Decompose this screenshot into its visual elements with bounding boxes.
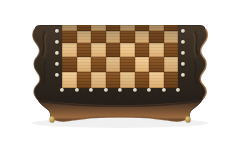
square [120,72,135,88]
stud [176,88,180,92]
stud [181,29,185,33]
square [62,43,77,57]
stud [55,73,59,77]
square [77,31,92,43]
square [164,72,179,88]
chess-board [62,25,178,88]
square [149,31,164,43]
right-foot [185,116,190,123]
square [164,31,179,43]
stud [162,88,166,92]
square [77,72,92,88]
square [62,31,77,43]
stud [75,88,79,92]
square [135,31,150,43]
square [120,43,135,57]
stud [55,62,59,66]
stud [60,88,64,92]
square [91,31,106,43]
square [135,57,150,72]
square [106,72,121,88]
square [106,43,121,57]
stud [133,88,137,92]
stud [118,88,122,92]
square [149,57,164,72]
square [135,43,150,57]
square [91,57,106,72]
square [149,43,164,57]
square [164,43,179,57]
square [135,72,150,88]
square [106,31,121,43]
stud [147,88,151,92]
left-foot [49,116,54,123]
square [91,72,106,88]
square [62,72,77,88]
stud [55,40,59,44]
stud [181,40,185,44]
stud [104,88,108,92]
stud [55,51,59,55]
square [164,57,179,72]
stud [181,73,185,77]
square [77,57,92,72]
stud [181,51,185,55]
stud [89,88,93,92]
square [106,57,121,72]
stud [181,62,185,66]
square [120,31,135,43]
square [149,72,164,88]
square [77,43,92,57]
square [91,43,106,57]
square [62,57,77,72]
product-photo [0,0,240,150]
stud [55,29,59,33]
square [120,57,135,72]
